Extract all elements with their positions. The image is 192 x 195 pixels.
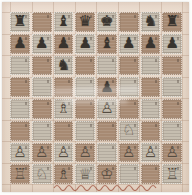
square-b7: ♟ — [32, 34, 52, 54]
black-pawn: ♟ — [100, 79, 113, 94]
square-f2: ♙ — [119, 143, 139, 163]
white-pawn: ♙ — [165, 144, 178, 159]
black-pawn: ♟ — [13, 36, 26, 51]
black-pawn: ♟ — [122, 36, 135, 51]
white-pawn: ♙ — [78, 144, 91, 159]
black-pawn: ♟ — [78, 36, 91, 51]
square-b8 — [32, 12, 52, 32]
square-b5 — [32, 77, 52, 97]
square-f3: ♘ — [119, 121, 139, 141]
square-f7: ♟ — [119, 34, 139, 54]
square-e5: ♟ — [97, 77, 117, 97]
white-pawn: ♙ — [100, 101, 113, 116]
square-d8: ♛ — [75, 12, 95, 32]
white-knight: ♘ — [122, 123, 135, 138]
margin-inscription — [52, 183, 162, 191]
black-king: ♚ — [100, 14, 113, 29]
white-pawn: ♙ — [144, 144, 157, 159]
square-b4 — [32, 99, 52, 119]
black-queen: ♛ — [78, 14, 91, 29]
black-pawn: ♟ — [35, 36, 48, 51]
square-e8: ♚ — [97, 12, 117, 32]
square-b6 — [32, 56, 52, 76]
black-rook: ♜ — [165, 14, 178, 29]
square-g2: ♙ — [141, 143, 161, 163]
square-f5 — [119, 77, 139, 97]
square-f6 — [119, 56, 139, 76]
black-pawn: ♟ — [165, 36, 178, 51]
white-pawn: ♙ — [57, 144, 70, 159]
square-c2: ♙ — [54, 143, 74, 163]
white-queen: ♕ — [78, 166, 91, 181]
square-c6: ♞ — [54, 56, 74, 76]
square-d3 — [75, 121, 95, 141]
square-d4 — [75, 99, 95, 119]
square-e3 — [97, 121, 117, 141]
white-rook: ♖ — [165, 166, 178, 181]
square-h1: ♖ — [162, 164, 182, 184]
white-bishop: ♗ — [57, 166, 70, 181]
square-b1: ♘ — [32, 164, 52, 184]
square-h8: ♜ — [162, 12, 182, 32]
square-b2: ♙ — [32, 143, 52, 163]
square-a2: ♙ — [10, 143, 30, 163]
square-c1: ♗ — [54, 164, 74, 184]
square-d2: ♙ — [75, 143, 95, 163]
square-a4 — [10, 99, 30, 119]
square-f1 — [119, 164, 139, 184]
square-e7: ♝ — [97, 34, 117, 54]
square-g4 — [141, 99, 161, 119]
square-f8 — [119, 12, 139, 32]
square-a7: ♟ — [10, 34, 30, 54]
square-c3 — [54, 121, 74, 141]
square-a8: ♜ — [10, 12, 30, 32]
square-h5 — [162, 77, 182, 97]
square-e4: ♙ — [97, 99, 117, 119]
square-c5 — [54, 77, 74, 97]
square-h3 — [162, 121, 182, 141]
square-e6 — [97, 56, 117, 76]
black-knight: ♞ — [144, 14, 157, 29]
square-h7: ♟ — [162, 34, 182, 54]
white-king: ♔ — [100, 166, 113, 181]
black-pawn: ♟ — [57, 36, 70, 51]
square-c8: ♝ — [54, 12, 74, 32]
stamp-sheet: ♜♝♛♚♞♜♟♟♟♟♝♟♟♟♞♟♗♙♘♙♙♙♙♙♙♙♖♘♗♕♔♖ — [2, 2, 189, 192]
white-bishop: ♗ — [57, 101, 70, 116]
square-d6 — [75, 56, 95, 76]
square-a1: ♖ — [10, 164, 30, 184]
square-h4 — [162, 99, 182, 119]
square-d7: ♟ — [75, 34, 95, 54]
black-pawn: ♟ — [144, 36, 157, 51]
white-pawn: ♙ — [35, 144, 48, 159]
chess-board: ♜♝♛♚♞♜♟♟♟♟♝♟♟♟♞♟♗♙♘♙♙♙♙♙♙♙♖♘♗♕♔♖ — [10, 12, 182, 184]
black-knight: ♞ — [57, 57, 70, 72]
square-g5 — [141, 77, 161, 97]
square-g1 — [141, 164, 161, 184]
square-g3 — [141, 121, 161, 141]
black-rook: ♜ — [13, 14, 26, 29]
square-h6 — [162, 56, 182, 76]
black-bishop: ♝ — [57, 14, 70, 29]
square-b3 — [32, 121, 52, 141]
square-f4 — [119, 99, 139, 119]
square-g8: ♞ — [141, 12, 161, 32]
square-a5 — [10, 77, 30, 97]
black-bishop: ♝ — [100, 36, 113, 51]
white-knight: ♘ — [35, 166, 48, 181]
square-d5 — [75, 77, 95, 97]
square-e2 — [97, 143, 117, 163]
square-c7: ♟ — [54, 34, 74, 54]
square-e1: ♔ — [97, 164, 117, 184]
square-a6 — [10, 56, 30, 76]
white-rook: ♖ — [13, 166, 26, 181]
scanned-stamp-sheet: ♜♝♛♚♞♜♟♟♟♟♝♟♟♟♞♟♗♙♘♙♙♙♙♙♙♙♖♘♗♕♔♖ — [0, 0, 192, 195]
square-c4: ♗ — [54, 99, 74, 119]
square-g7: ♟ — [141, 34, 161, 54]
white-pawn: ♙ — [122, 144, 135, 159]
square-a3 — [10, 121, 30, 141]
square-d1: ♕ — [75, 164, 95, 184]
white-pawn: ♙ — [13, 144, 26, 159]
square-g6 — [141, 56, 161, 76]
square-h2: ♙ — [162, 143, 182, 163]
